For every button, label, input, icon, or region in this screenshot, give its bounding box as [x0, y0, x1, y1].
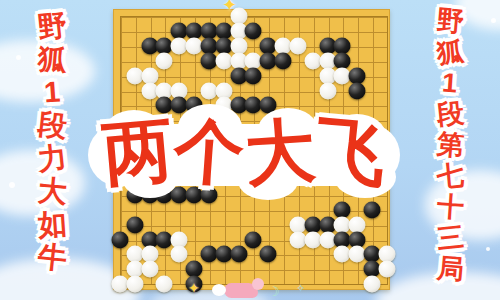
sparkle-dot: [486, 247, 490, 251]
caption-char: 段: [36, 108, 68, 144]
black-stone: [245, 231, 262, 248]
caption-char: 两: [99, 106, 176, 198]
crescent-icon: ☽: [268, 284, 280, 299]
white-stone: [378, 261, 395, 278]
white-stone: [141, 261, 158, 278]
caption-char: 狐: [435, 36, 465, 69]
black-stone: [260, 246, 277, 263]
caption-char: 力: [36, 141, 68, 177]
star-icon: ✧: [296, 282, 305, 295]
caption-char: 狐: [36, 42, 68, 77]
overlay-text: 两个大飞: [94, 102, 394, 202]
caption-char: 飞: [312, 106, 389, 198]
black-stone: [349, 82, 366, 99]
caption-char: 第: [435, 129, 465, 162]
white-stone: [364, 276, 381, 293]
caption-char: 牛: [36, 240, 68, 276]
caption-char: 野: [435, 5, 465, 38]
black-stone: [245, 67, 262, 84]
caption-char: 个: [171, 107, 247, 198]
thumbnail-stage: 两个大飞 野狐1段力大如牛 野狐1段第七十三局 ✦ ✦ ☽ ✧: [0, 0, 500, 300]
caption-char: 野: [36, 9, 68, 45]
white-stone: [156, 52, 173, 69]
black-stone: [275, 52, 292, 69]
sparkle-icon: ✦: [188, 280, 200, 296]
sparkle-dot: [9, 182, 15, 188]
caption-char: 局: [435, 253, 465, 286]
paw-decoration: [224, 283, 258, 298]
black-stone: [126, 216, 143, 233]
right-caption: 野狐1段第七十三局: [425, 6, 475, 285]
caption-char: 1: [43, 75, 61, 109]
sparkle-dot: [491, 18, 496, 23]
white-stone: [126, 276, 143, 293]
white-stone: [171, 246, 188, 263]
black-stone: [245, 22, 262, 39]
black-stone: [112, 231, 129, 248]
caption-char: 大: [36, 174, 68, 209]
overlay-caption: 两个大飞: [88, 106, 400, 198]
caption-char: 大: [242, 107, 318, 198]
sparkle-dot: [16, 55, 21, 60]
white-stone: [156, 276, 173, 293]
black-stone: [230, 246, 247, 263]
white-stone: [289, 37, 306, 54]
black-stone: [364, 201, 381, 218]
caption-char: 七: [435, 160, 465, 193]
caption-char: 段: [435, 98, 465, 132]
caption-char: 1: [441, 68, 458, 100]
caption-char: 如: [36, 207, 67, 242]
left-caption: 野狐1段力大如牛: [27, 10, 77, 274]
caption-char: 三: [435, 222, 465, 256]
sparkle-icon: ✦: [222, 0, 237, 16]
white-stone: [319, 82, 336, 99]
caption-char: 十: [435, 191, 464, 224]
